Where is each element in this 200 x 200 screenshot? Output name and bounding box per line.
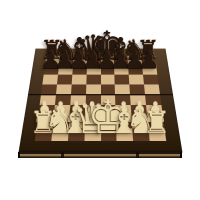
board-square-b6[interactable]	[56, 74, 71, 84]
board-square-h6[interactable]	[143, 74, 159, 84]
board-square-d6[interactable]	[85, 74, 100, 84]
chess-set-photo: ♜♞♝♛♚♝♞♜♟♟♟♟♟♟♟♟♟♟♟♟♟♟♟♟♜♞♝♛♚♝♞♜	[0, 0, 200, 200]
board-square-h5[interactable]	[144, 84, 160, 94]
board-square-a6[interactable]	[42, 74, 58, 84]
board-square-a5[interactable]	[41, 84, 57, 94]
chess-piece-black-pawn[interactable]: ♟	[138, 48, 160, 73]
board-square-b5[interactable]	[55, 84, 71, 94]
board-side-edge	[18, 152, 182, 158]
board-square-c5[interactable]	[70, 84, 85, 94]
board-square-g5[interactable]	[129, 84, 145, 94]
board-square-c6[interactable]	[71, 74, 86, 84]
board-square-g6[interactable]	[128, 74, 143, 84]
chess-piece-white-rook[interactable]: ♜	[143, 108, 170, 139]
board-square-f6[interactable]	[114, 74, 129, 84]
board-square-e6[interactable]	[100, 74, 115, 84]
